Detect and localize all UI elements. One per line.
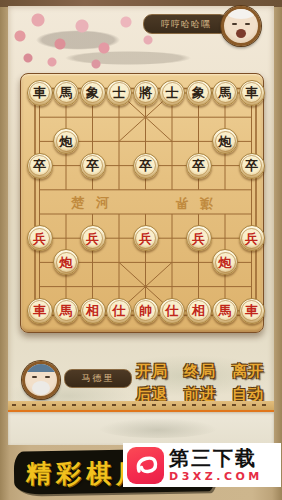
opponent-eye-right <box>245 23 250 25</box>
board-point-4-0[interactable]: 將 <box>132 81 159 105</box>
board-point-0-2[interactable] <box>26 129 53 153</box>
piece-rn-file1-rank9[interactable]: 馬 <box>53 298 79 324</box>
app-screen: 哼哼哈哈嘿 楚河 漢界 車馬象士將士象馬車炮炮卒卒卒卒卒兵兵兵兵兵炮炮車馬相仕帥 <box>0 0 282 500</box>
board-point-6-8[interactable] <box>185 274 212 298</box>
board-point-0-0[interactable]: 車 <box>26 81 53 105</box>
board-point-4-7[interactable] <box>132 250 159 274</box>
board-point-7-6[interactable] <box>212 226 239 250</box>
board-point-0-1[interactable] <box>26 105 53 129</box>
board-point-3-5[interactable] <box>106 202 133 226</box>
board-point-7-7[interactable]: 炮 <box>212 250 239 274</box>
piece-ra-file3-rank9[interactable]: 仕 <box>106 298 132 324</box>
board-point-8-4[interactable] <box>238 178 265 202</box>
board-point-0-9[interactable]: 車 <box>26 299 53 323</box>
piece-rp-file8-rank6[interactable]: 兵 <box>239 225 265 251</box>
board-point-6-6[interactable]: 兵 <box>185 226 212 250</box>
board-point-1-7[interactable]: 炮 <box>53 250 80 274</box>
board-point-8-5[interactable] <box>238 202 265 226</box>
xiangqi-board[interactable]: 楚河 漢界 車馬象士將士象馬車炮炮卒卒卒卒卒兵兵兵兵兵炮炮車馬相仕帥仕相馬車 <box>20 73 264 333</box>
player-name: 马德里 <box>82 372 115 385</box>
piece-rk-file4-rank9[interactable]: 帥 <box>133 298 159 324</box>
endgame-button[interactable]: 终局 <box>184 362 216 381</box>
board-point-7-5[interactable] <box>212 202 239 226</box>
player-avatar <box>22 361 60 399</box>
player-beard <box>32 381 50 395</box>
board-point-1-6[interactable] <box>53 226 80 250</box>
button-row-1: 开局 终局 离开 <box>136 362 264 381</box>
board-point-1-8[interactable] <box>53 274 80 298</box>
board-point-2-4[interactable] <box>79 178 106 202</box>
board-point-4-8[interactable] <box>132 274 159 298</box>
board-point-7-4[interactable] <box>212 178 239 202</box>
board-point-0-8[interactable] <box>26 274 53 298</box>
board-point-5-3[interactable] <box>159 153 186 177</box>
piece-ba-file3-rank0[interactable]: 士 <box>106 80 132 106</box>
piece-bb-file2-rank0[interactable]: 象 <box>80 80 106 106</box>
piece-ba-file5-rank0[interactable]: 士 <box>159 80 185 106</box>
board-point-1-1[interactable] <box>53 105 80 129</box>
shelf-strip <box>8 401 274 412</box>
piece-rb-file6-rank9[interactable]: 相 <box>186 298 212 324</box>
piece-layer: 車馬象士將士象馬車炮炮卒卒卒卒卒兵兵兵兵兵炮炮車馬相仕帥仕相馬車 <box>21 74 263 332</box>
board-point-8-6[interactable]: 兵 <box>238 226 265 250</box>
piece-rc-file1-rank7[interactable]: 炮 <box>53 249 79 275</box>
board-point-3-2[interactable] <box>106 129 133 153</box>
board-point-5-5[interactable] <box>159 202 186 226</box>
board-point-3-3[interactable] <box>106 153 133 177</box>
board-point-8-7[interactable] <box>238 250 265 274</box>
board-point-0-7[interactable] <box>26 250 53 274</box>
board-point-1-4[interactable] <box>53 178 80 202</box>
piece-bk-file4-rank0[interactable]: 將 <box>133 80 159 106</box>
piece-bp-file0-rank3[interactable]: 卒 <box>27 153 53 179</box>
watermark-title: 第三下载 <box>169 448 257 469</box>
piece-rb-file2-rank9[interactable]: 相 <box>80 298 106 324</box>
board-point-0-6[interactable]: 兵 <box>26 226 53 250</box>
piece-br-file8-rank0[interactable]: 車 <box>239 80 265 106</box>
board-point-4-5[interactable] <box>132 202 159 226</box>
piece-rp-file0-rank6[interactable]: 兵 <box>27 225 53 251</box>
board-point-5-4[interactable] <box>159 178 186 202</box>
piece-br-file0-rank0[interactable]: 車 <box>27 80 53 106</box>
board-point-2-8[interactable] <box>79 274 106 298</box>
board-point-2-9[interactable]: 相 <box>79 299 106 323</box>
opponent-mouth <box>236 29 246 38</box>
piece-rp-file6-rank6[interactable]: 兵 <box>186 225 212 251</box>
board-point-3-8[interactable] <box>106 274 133 298</box>
landscape-strip <box>8 412 274 445</box>
board-point-5-6[interactable] <box>159 226 186 250</box>
opponent-chat-text: 哼哼哈哈嘿 <box>161 18 211 31</box>
board-point-3-1[interactable] <box>106 105 133 129</box>
board-point-2-6[interactable]: 兵 <box>79 226 106 250</box>
board-point-3-9[interactable]: 仕 <box>106 299 133 323</box>
board-point-4-4[interactable] <box>132 178 159 202</box>
board-point-2-3[interactable]: 卒 <box>79 153 106 177</box>
shelf-stitching <box>12 404 270 406</box>
board-point-2-0[interactable]: 象 <box>79 81 106 105</box>
board-point-2-5[interactable] <box>79 202 106 226</box>
piece-bc-file1-rank2[interactable]: 炮 <box>53 128 79 154</box>
piece-rr-file0-rank9[interactable]: 車 <box>27 298 53 324</box>
board-point-8-8[interactable] <box>238 274 265 298</box>
board-point-0-5[interactable] <box>26 202 53 226</box>
piece-rr-file8-rank9[interactable]: 車 <box>239 298 265 324</box>
board-point-7-3[interactable] <box>212 153 239 177</box>
board-point-2-1[interactable] <box>79 105 106 129</box>
board-point-6-2[interactable] <box>185 129 212 153</box>
piece-ra-file5-rank9[interactable]: 仕 <box>159 298 185 324</box>
watermark-text-block: 第三下载 D3XZ.COM <box>169 448 263 483</box>
watermark-ad[interactable]: 第三下载 D3XZ.COM <box>123 443 281 487</box>
board-point-7-8[interactable] <box>212 274 239 298</box>
player-eye-left <box>32 376 37 378</box>
piece-bb-file6-rank0[interactable]: 象 <box>186 80 212 106</box>
player-headband <box>25 364 57 372</box>
board-point-3-7[interactable] <box>106 250 133 274</box>
board-point-3-6[interactable] <box>106 226 133 250</box>
board-point-6-7[interactable] <box>185 250 212 274</box>
board-point-8-0[interactable]: 車 <box>238 81 265 105</box>
download-glyph-icon <box>133 452 159 478</box>
board-point-5-2[interactable] <box>159 129 186 153</box>
download-app-icon <box>127 447 164 484</box>
piece-bc-file7-rank2[interactable]: 炮 <box>212 128 238 154</box>
board-point-3-0[interactable]: 士 <box>106 81 133 105</box>
board-point-8-2[interactable] <box>238 129 265 153</box>
board-point-6-4[interactable] <box>185 178 212 202</box>
leave-button[interactable]: 离开 <box>232 362 264 381</box>
board-point-2-2[interactable] <box>79 129 106 153</box>
piece-bp-file8-rank3[interactable]: 卒 <box>239 153 265 179</box>
board-point-1-0[interactable]: 馬 <box>53 81 80 105</box>
board-point-5-7[interactable] <box>159 250 186 274</box>
board-point-4-3[interactable]: 卒 <box>132 153 159 177</box>
piece-bn-file7-rank0[interactable]: 馬 <box>212 80 238 106</box>
board-point-5-8[interactable] <box>159 274 186 298</box>
board-point-5-9[interactable]: 仕 <box>159 299 186 323</box>
piece-bp-file6-rank3[interactable]: 卒 <box>186 153 212 179</box>
board-point-3-4[interactable] <box>106 178 133 202</box>
board-point-8-9[interactable]: 車 <box>238 299 265 323</box>
board-point-5-1[interactable] <box>159 105 186 129</box>
board-point-6-3[interactable]: 卒 <box>185 153 212 177</box>
board-point-1-3[interactable] <box>53 153 80 177</box>
opponent-avatar <box>221 6 261 46</box>
board-point-4-2[interactable] <box>132 129 159 153</box>
board-point-2-7[interactable] <box>79 250 106 274</box>
board-point-1-2[interactable]: 炮 <box>53 129 80 153</box>
board-point-4-1[interactable] <box>132 105 159 129</box>
board-point-1-9[interactable]: 馬 <box>53 299 80 323</box>
piece-rn-file7-rank9[interactable]: 馬 <box>212 298 238 324</box>
board-point-7-9[interactable]: 馬 <box>212 299 239 323</box>
board-point-7-1[interactable] <box>212 105 239 129</box>
watermark-domain: D3XZ.COM <box>169 470 263 483</box>
board-point-5-0[interactable]: 士 <box>159 81 186 105</box>
board-point-0-4[interactable] <box>26 178 53 202</box>
board-point-6-9[interactable]: 相 <box>185 299 212 323</box>
board-point-1-5[interactable] <box>53 202 80 226</box>
piece-rp-file2-rank6[interactable]: 兵 <box>80 225 106 251</box>
board-point-6-5[interactable] <box>185 202 212 226</box>
board-point-6-1[interactable] <box>185 105 212 129</box>
piece-bn-file1-rank0[interactable]: 馬 <box>53 80 79 106</box>
piece-rc-file7-rank7[interactable]: 炮 <box>212 249 238 275</box>
control-buttons: 开局 终局 离开 后退 前进 自动 <box>136 362 264 404</box>
board-point-6-0[interactable]: 象 <box>185 81 212 105</box>
board-point-7-0[interactable]: 馬 <box>212 81 239 105</box>
opening-button[interactable]: 开局 <box>136 362 168 381</box>
piece-rp-file4-rank6[interactable]: 兵 <box>133 225 159 251</box>
board-point-8-1[interactable] <box>238 105 265 129</box>
board-point-8-3[interactable]: 卒 <box>238 153 265 177</box>
board-point-4-6[interactable]: 兵 <box>132 226 159 250</box>
board-point-7-2[interactable]: 炮 <box>212 129 239 153</box>
board-point-0-3[interactable]: 卒 <box>26 153 53 177</box>
opponent-eye-left <box>232 23 237 25</box>
piece-bp-file4-rank3[interactable]: 卒 <box>133 153 159 179</box>
player-nameplate: 马德里 <box>64 369 132 388</box>
opponent-chat-bubble: 哼哼哈哈嘿 <box>143 14 229 34</box>
board-point-4-9[interactable]: 帥 <box>132 299 159 323</box>
piece-bp-file2-rank3[interactable]: 卒 <box>80 153 106 179</box>
player-eye-right <box>45 376 50 378</box>
